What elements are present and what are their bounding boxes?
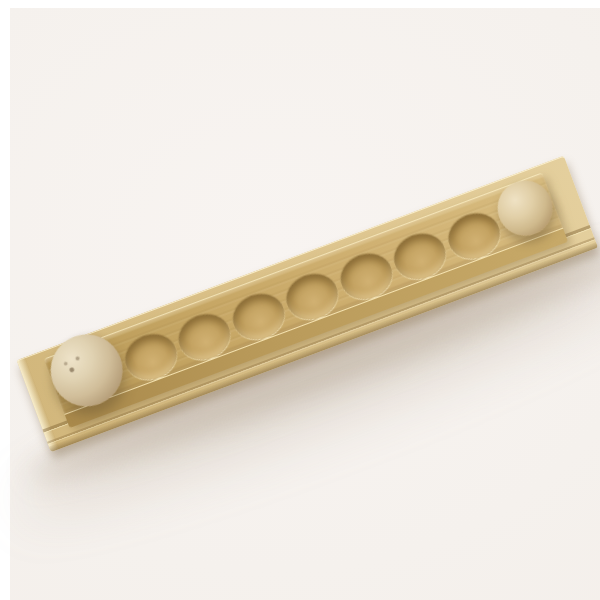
product-photo: Overhead product photo of a light beech-… — [0, 0, 600, 600]
scene-caption: Overhead product photo of a light beech-… — [0, 0, 1, 1]
